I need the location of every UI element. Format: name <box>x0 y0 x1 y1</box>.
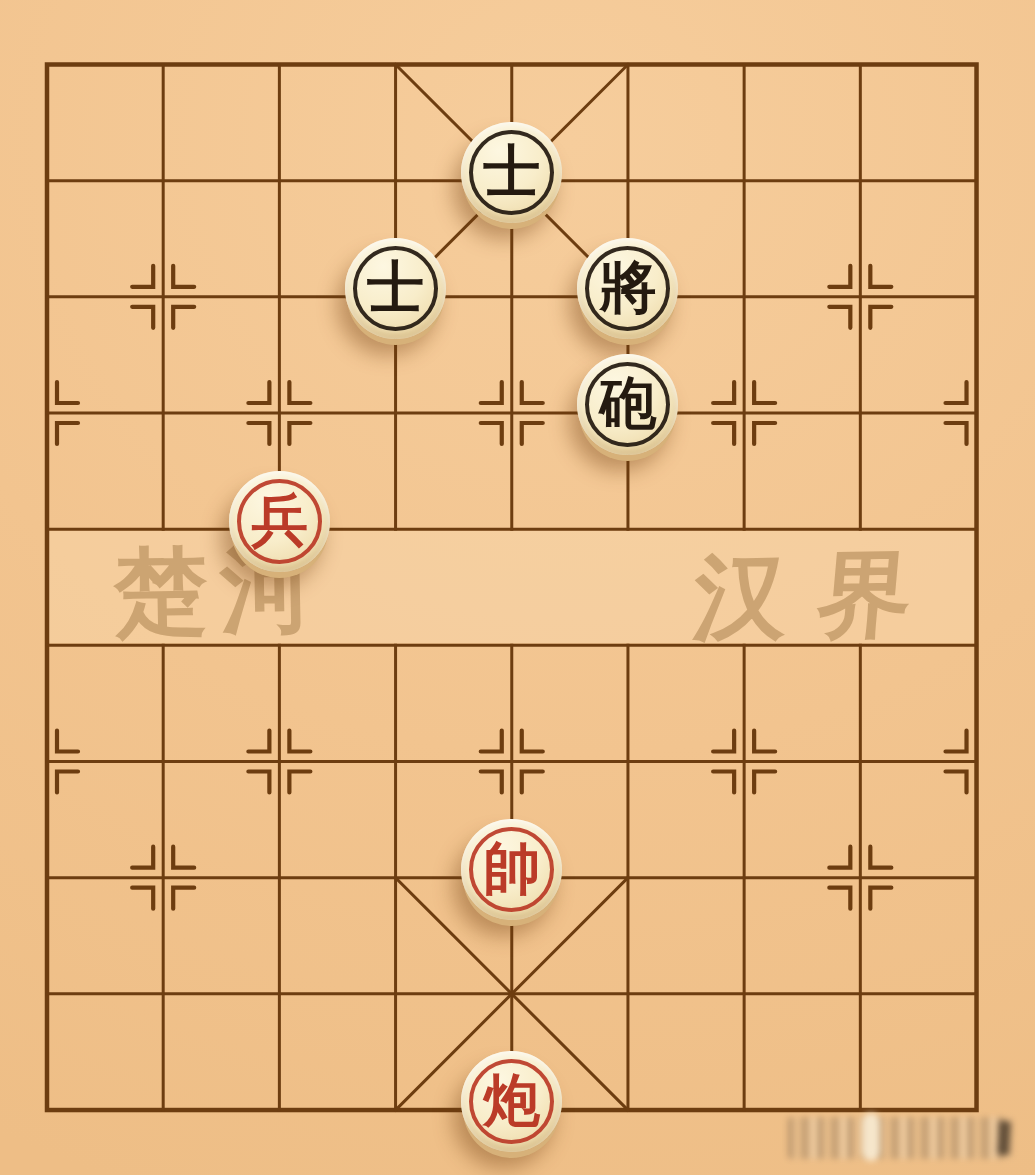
piece-black-advisor[interactable]: 士 <box>461 122 562 223</box>
piece-red-general[interactable]: 帥 <box>461 819 562 920</box>
piece-glyph: 將 <box>599 259 656 316</box>
piece-glyph: 炮 <box>483 1072 540 1129</box>
piece-black-general[interactable]: 將 <box>577 238 678 339</box>
piece-red-soldier[interactable]: 兵 <box>229 471 330 572</box>
piece-black-advisor[interactable]: 士 <box>345 238 446 339</box>
watermark <box>788 1117 1012 1159</box>
piece-glyph: 兵 <box>251 492 308 549</box>
watermark-light-bar <box>862 1113 880 1161</box>
xiangqi-app: 楚河 汉界 士士將砲兵帥炮 <box>0 0 1035 1175</box>
piece-glyph: 士 <box>483 143 540 200</box>
piece-glyph: 砲 <box>599 375 656 432</box>
piece-red-cannon[interactable]: 炮 <box>461 1051 562 1152</box>
piece-glyph: 士 <box>367 259 424 316</box>
xiangqi-board[interactable]: 士士將砲兵帥炮 <box>0 6 1035 1168</box>
piece-black-cannon[interactable]: 砲 <box>577 354 678 455</box>
watermark-dark-glyph <box>997 1121 1011 1156</box>
piece-glyph: 帥 <box>483 840 540 897</box>
